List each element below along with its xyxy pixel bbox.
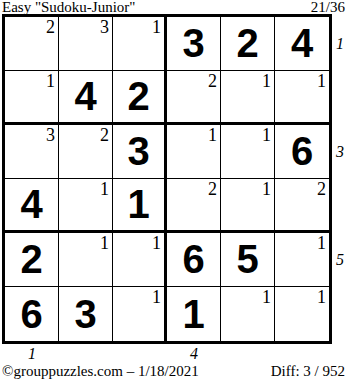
row-label-1: 1 <box>336 17 347 71</box>
given-digit: 2 <box>221 17 274 70</box>
pencil-mark: 1 <box>46 72 55 90</box>
difficulty-text: Diff: 3 / 952 <box>271 363 345 380</box>
given-digit: 3 <box>59 287 112 341</box>
given-digit: 2 <box>113 71 164 122</box>
pencil-mark: 1 <box>208 126 217 144</box>
cell-r1c6[interactable]: 4 <box>275 17 329 71</box>
given-digit: 3 <box>167 17 220 70</box>
pencil-mark: 2 <box>46 18 55 36</box>
row-label-5: 5 <box>336 233 347 287</box>
board-grid: 231324142211323116411212211651631111 <box>2 14 332 344</box>
given-digit: 4 <box>59 71 112 122</box>
pencil-mark: 3 <box>100 18 109 36</box>
cell-r1c4[interactable]: 3 <box>167 17 221 71</box>
col-labels: 14 <box>5 346 329 362</box>
cell-r6c2[interactable]: 3 <box>59 287 113 341</box>
cell-r1c3[interactable]: 1 <box>113 17 167 71</box>
given-digit: 1 <box>167 287 220 341</box>
col-label-3 <box>113 346 167 362</box>
cell-r1c5[interactable]: 2 <box>221 17 275 71</box>
cell-r2c2[interactable]: 4 <box>59 71 113 125</box>
given-digit: 2 <box>5 233 58 286</box>
cell-r2c3[interactable]: 2 <box>113 71 167 125</box>
cell-r2c5[interactable]: 1 <box>221 71 275 125</box>
pencil-mark: 1 <box>262 288 271 306</box>
cell-r6c3[interactable]: 1 <box>113 287 167 341</box>
row-label-6 <box>336 287 347 341</box>
row-labels: 135 <box>336 17 347 341</box>
cell-r2c4[interactable]: 2 <box>167 71 221 125</box>
given-digit: 6 <box>275 125 329 178</box>
pencil-mark: 1 <box>152 288 161 306</box>
pencil-mark: 2 <box>208 180 217 198</box>
footer: ©grouppuzzles.com – 1/18/2021 Diff: 3 / … <box>2 363 345 380</box>
copyright-text: ©grouppuzzles.com – 1/18/2021 <box>2 363 199 380</box>
cell-r4c1[interactable]: 4 <box>5 179 59 233</box>
given-digit: 3 <box>113 125 164 178</box>
pencil-mark: 1 <box>152 18 161 36</box>
given-digit: 4 <box>5 179 58 230</box>
pencil-mark: 1 <box>100 234 109 252</box>
cell-r3c6[interactable]: 6 <box>275 125 329 179</box>
cell-r2c6[interactable]: 1 <box>275 71 329 125</box>
row-label-3: 3 <box>336 125 347 179</box>
cell-r6c1[interactable]: 6 <box>5 287 59 341</box>
pencil-mark: 2 <box>317 180 326 198</box>
pencil-mark: 1 <box>317 288 326 306</box>
pencil-mark: 1 <box>262 180 271 198</box>
given-digit: 6 <box>167 233 220 286</box>
cell-r5c3[interactable]: 1 <box>113 233 167 287</box>
col-label-6 <box>275 346 329 362</box>
given-digit: 4 <box>275 17 329 70</box>
cell-r5c1[interactable]: 2 <box>5 233 59 287</box>
col-label-2 <box>59 346 113 362</box>
cell-r5c4[interactable]: 6 <box>167 233 221 287</box>
puzzle-title: Easy "Sudoku-Junior" <box>2 0 136 14</box>
pencil-mark: 1 <box>317 72 326 90</box>
cell-r2c1[interactable]: 1 <box>5 71 59 125</box>
cell-r4c2[interactable]: 1 <box>59 179 113 233</box>
cell-r4c5[interactable]: 1 <box>221 179 275 233</box>
col-label-1: 1 <box>5 346 59 362</box>
header: Easy "Sudoku-Junior" 21/36 <box>2 0 345 14</box>
row-label-2 <box>336 71 347 125</box>
cell-r4c4[interactable]: 2 <box>167 179 221 233</box>
pencil-mark: 2 <box>100 126 109 144</box>
cell-r6c4[interactable]: 1 <box>167 287 221 341</box>
cell-r3c3[interactable]: 3 <box>113 125 167 179</box>
cell-r3c5[interactable]: 1 <box>221 125 275 179</box>
cell-r1c1[interactable]: 2 <box>5 17 59 71</box>
cell-r4c3[interactable]: 1 <box>113 179 167 233</box>
col-label-4: 4 <box>167 346 221 362</box>
pencil-mark: 1 <box>262 72 271 90</box>
cell-r6c6[interactable]: 1 <box>275 287 329 341</box>
given-digit: 1 <box>113 179 164 230</box>
cell-r1c2[interactable]: 3 <box>59 17 113 71</box>
puzzle-page: Easy "Sudoku-Junior" 21/36 2313241422113… <box>0 0 347 381</box>
given-digit: 6 <box>5 287 58 341</box>
pencil-mark: 2 <box>208 72 217 90</box>
cell-r5c2[interactable]: 1 <box>59 233 113 287</box>
cell-r3c1[interactable]: 3 <box>5 125 59 179</box>
pencil-mark: 3 <box>46 126 55 144</box>
cell-r3c2[interactable]: 2 <box>59 125 113 179</box>
pencil-mark: 1 <box>262 126 271 144</box>
col-label-5 <box>221 346 275 362</box>
cell-r5c5[interactable]: 5 <box>221 233 275 287</box>
pencil-mark: 1 <box>152 234 161 252</box>
cell-r5c6[interactable]: 1 <box>275 233 329 287</box>
cell-r3c4[interactable]: 1 <box>167 125 221 179</box>
row-label-4 <box>336 179 347 233</box>
pencil-mark: 1 <box>317 234 326 252</box>
cell-r4c6[interactable]: 2 <box>275 179 329 233</box>
cell-r6c5[interactable]: 1 <box>221 287 275 341</box>
pencil-mark: 1 <box>100 180 109 198</box>
progress-counter: 21/36 <box>311 0 345 14</box>
given-digit: 5 <box>221 233 274 286</box>
